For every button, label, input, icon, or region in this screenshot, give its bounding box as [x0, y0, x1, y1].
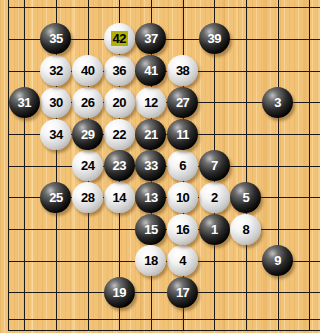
move-number: 18 [144, 253, 157, 268]
move-number: 8 [243, 222, 250, 237]
move-number: 24 [81, 158, 94, 173]
move-number: 22 [113, 127, 126, 142]
move-number: 23 [113, 158, 126, 173]
stone-black-9: 9 [262, 245, 293, 276]
move-number: 40 [81, 63, 94, 78]
stone-white-38: 38 [167, 55, 198, 86]
move-number: 28 [81, 190, 94, 205]
move-number: 1 [211, 222, 218, 237]
stone-white-6: 6 [167, 150, 198, 181]
move-number: 16 [176, 222, 189, 237]
stone-black-27: 27 [167, 87, 198, 118]
move-number: 34 [49, 127, 62, 142]
stone-white-42: 42 [104, 23, 135, 54]
stone-white-40: 40 [72, 55, 103, 86]
move-number: 25 [49, 190, 62, 205]
stone-black-1: 1 [199, 214, 230, 245]
stone-white-26: 26 [72, 87, 103, 118]
move-number: 29 [81, 127, 94, 142]
move-number: 30 [49, 95, 62, 110]
stone-black-15: 15 [135, 214, 166, 245]
move-number: 27 [176, 95, 189, 110]
gomoku-board[interactable]: 1234567891011121314151617181920212223242… [0, 0, 320, 333]
stone-white-32: 32 [40, 55, 71, 86]
stone-black-37: 37 [135, 23, 166, 54]
move-number: 3 [274, 95, 281, 110]
stone-white-18: 18 [135, 245, 166, 276]
move-number: 39 [208, 31, 221, 46]
move-number: 7 [211, 158, 218, 173]
stone-white-8: 8 [230, 214, 261, 245]
move-number: 6 [179, 158, 186, 173]
stone-white-2: 2 [199, 182, 230, 213]
stone-black-29: 29 [72, 119, 103, 150]
move-number: 20 [113, 95, 126, 110]
stone-black-7: 7 [199, 150, 230, 181]
stone-black-19: 19 [104, 277, 135, 308]
move-number: 41 [144, 63, 157, 78]
move-number: 9 [274, 253, 281, 268]
stone-black-11: 11 [167, 119, 198, 150]
stone-white-24: 24 [72, 150, 103, 181]
stone-black-21: 21 [135, 119, 166, 150]
stone-black-5: 5 [230, 182, 261, 213]
move-number: 10 [176, 190, 189, 205]
last-move-number: 42 [111, 31, 128, 46]
stone-black-13: 13 [135, 182, 166, 213]
move-number: 15 [144, 222, 157, 237]
move-number: 5 [243, 190, 250, 205]
stone-white-10: 10 [167, 182, 198, 213]
move-number: 17 [176, 285, 189, 300]
stones-layer: 1234567891011121314151617181920212223242… [9, 0, 320, 333]
move-number: 19 [113, 285, 126, 300]
move-number: 4 [179, 253, 186, 268]
stone-white-4: 4 [167, 245, 198, 276]
stone-white-30: 30 [40, 87, 71, 118]
stone-white-34: 34 [40, 119, 71, 150]
move-number: 33 [144, 158, 157, 173]
stone-black-23: 23 [104, 150, 135, 181]
stone-white-14: 14 [104, 182, 135, 213]
stone-black-39: 39 [199, 23, 230, 54]
move-number: 31 [18, 95, 31, 110]
move-number: 2 [211, 190, 218, 205]
move-number: 37 [144, 31, 157, 46]
move-number: 36 [113, 63, 126, 78]
move-number: 14 [113, 190, 126, 205]
stone-black-35: 35 [40, 23, 71, 54]
stone-black-25: 25 [40, 182, 71, 213]
stone-black-31: 31 [9, 87, 40, 118]
move-number: 32 [49, 63, 62, 78]
stone-white-22: 22 [104, 119, 135, 150]
stone-black-3: 3 [262, 87, 293, 118]
stone-white-36: 36 [104, 55, 135, 86]
move-number: 21 [144, 127, 157, 142]
stone-white-16: 16 [167, 214, 198, 245]
stone-black-33: 33 [135, 150, 166, 181]
stone-white-20: 20 [104, 87, 135, 118]
move-number: 13 [144, 190, 157, 205]
move-number: 26 [81, 95, 94, 110]
stone-black-17: 17 [167, 277, 198, 308]
move-number: 35 [49, 31, 62, 46]
move-number: 12 [144, 95, 157, 110]
stone-black-41: 41 [135, 55, 166, 86]
stone-white-12: 12 [135, 87, 166, 118]
move-number: 38 [176, 63, 189, 78]
stone-white-28: 28 [72, 182, 103, 213]
move-number: 11 [176, 127, 189, 142]
